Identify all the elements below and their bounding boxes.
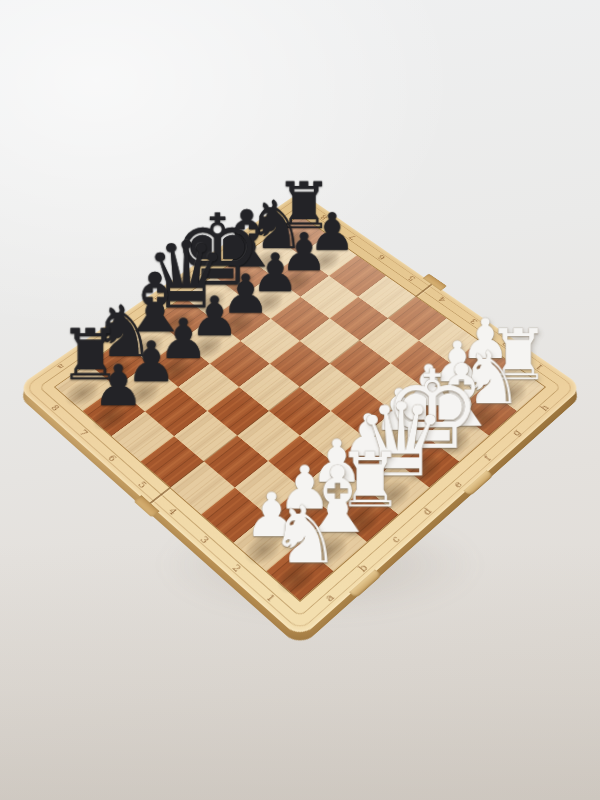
rank-label-8: 8 bbox=[304, 204, 342, 231]
piece-glyph: ♞ bbox=[227, 495, 382, 575]
file-label-f: f bbox=[198, 243, 238, 271]
chess-set-product-photo: abcdefgh abcdefgh 12345678 12345678 ♜♞♟♝… bbox=[0, 0, 600, 800]
piece-shadow bbox=[181, 282, 238, 324]
square-g7 bbox=[271, 255, 328, 297]
square-f6 bbox=[271, 297, 330, 341]
hinge-tab-right bbox=[423, 273, 448, 290]
square-f7 bbox=[242, 276, 300, 319]
square-h8 bbox=[272, 215, 328, 255]
square-e6 bbox=[240, 318, 300, 363]
rank-label-4: 4 bbox=[422, 285, 462, 315]
square-h5 bbox=[358, 276, 416, 319]
square-g6 bbox=[300, 276, 358, 319]
rank-label-6: 6 bbox=[362, 243, 401, 271]
board-scene: abcdefgh abcdefgh 12345678 12345678 ♜♞♟♝… bbox=[0, 0, 600, 800]
piece-glyph: ♜ bbox=[240, 174, 368, 238]
square-h6 bbox=[329, 255, 386, 297]
file-label-e: e bbox=[168, 264, 209, 293]
piece-glyph: ♞ bbox=[211, 191, 341, 258]
file-label-h: h bbox=[257, 204, 296, 231]
piece-shadow bbox=[298, 241, 353, 281]
square-e8 bbox=[184, 276, 242, 319]
piece-glyph: ♟ bbox=[267, 206, 397, 258]
pieces-layer: ♜♞♟♝♟♚♟♛♟♝♟♞♟♟♜♟♟♜♟♟♞♟♝♟♚♟♛♟♜♟♝♞ bbox=[55, 215, 544, 600]
square-f8 bbox=[214, 255, 271, 297]
square-e5 bbox=[270, 341, 330, 387]
rank-label-7: 7 bbox=[333, 223, 372, 251]
square-g8 bbox=[243, 235, 300, 276]
file-label-g: g bbox=[228, 223, 268, 251]
piece-glyph: ♟ bbox=[238, 226, 369, 279]
square-f5 bbox=[300, 318, 360, 363]
piece-shadow bbox=[241, 241, 296, 281]
square-g5 bbox=[329, 297, 388, 341]
piece-glyph: ♝ bbox=[181, 200, 312, 279]
piece-shadow bbox=[211, 261, 267, 302]
piece-shadow bbox=[270, 221, 324, 260]
file-label-d: d bbox=[137, 285, 179, 315]
chess-board-field: ♜♞♟♝♟♚♟♛♟♝♟♞♟♟♜♟♟♜♟♟♞♟♝♟♚♟♛♟♜♟♝♞ bbox=[54, 215, 546, 602]
piece-glyph: ♛ bbox=[119, 229, 254, 321]
piece-glyph: ♟ bbox=[208, 247, 341, 300]
piece-glyph: ♟ bbox=[178, 268, 313, 322]
piece-glyph: ♚ bbox=[150, 201, 283, 300]
piece-shadow bbox=[269, 261, 325, 302]
folding-board-case: abcdefgh abcdefgh 12345678 12345678 ♜♞♟♝… bbox=[17, 192, 583, 639]
piece-shadow bbox=[239, 282, 296, 324]
piece-glyph: ♟ bbox=[47, 358, 189, 415]
rank-label-5: 5 bbox=[392, 264, 431, 293]
square-h7 bbox=[300, 235, 357, 276]
